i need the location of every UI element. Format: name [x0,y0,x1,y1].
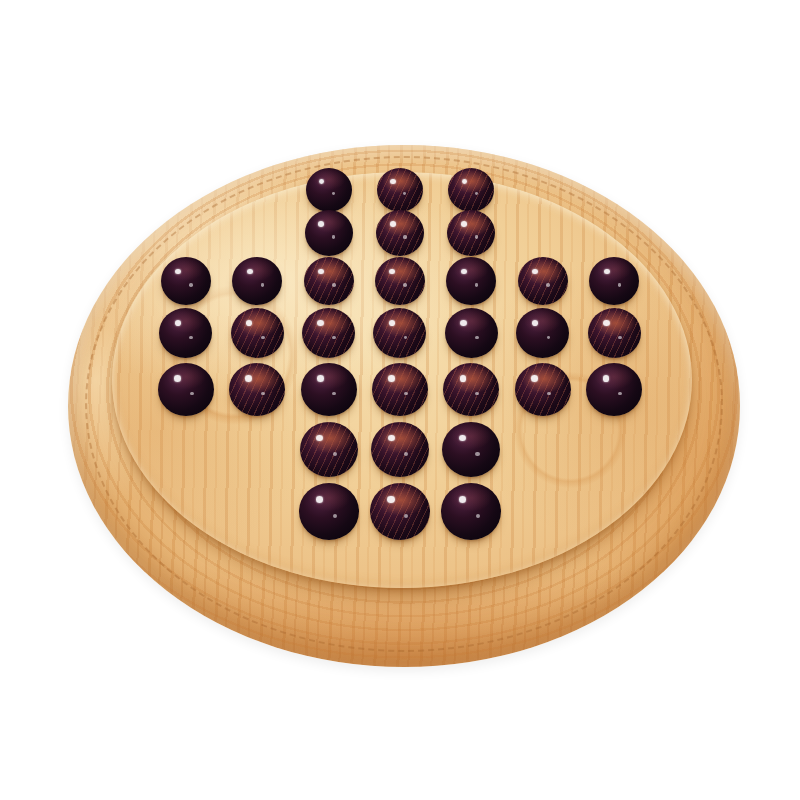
cell-r3c1[interactable]: ● [150,256,221,306]
cell-r1c2 [221,170,292,210]
marble-r5c6[interactable]: ● [515,363,571,416]
marble-r3c7[interactable]: ● [589,257,639,305]
cell-r2c4[interactable]: ● [364,210,435,256]
marble-r6c5[interactable]: ● [442,422,500,477]
marble-r7c5[interactable]: ● [441,483,501,540]
marble-r4c7[interactable]: ● [588,308,641,358]
cell-r2c3[interactable]: ● [293,210,364,256]
cell-r7c7 [579,480,650,542]
cell-r2c6 [507,210,578,256]
cell-r3c3[interactable]: ● [293,256,364,306]
cell-r7c3[interactable]: ● [293,480,364,542]
marble-r5c1[interactable]: ● [158,363,214,416]
cell-r4c3[interactable]: ● [293,306,364,360]
cell-r1c1 [150,170,221,210]
peg-grid: ●●●●●●●●●●●●●●●●●●●●●●●●●●●●●●●●● [150,170,650,542]
marble-r6c4[interactable]: ● [371,422,429,477]
cell-r6c6 [507,418,578,480]
cell-r4c2[interactable]: ● [221,306,292,360]
cell-r7c4[interactable]: ● [364,480,435,542]
cell-r4c6[interactable]: ● [507,306,578,360]
marble-r3c4[interactable]: ● [375,257,425,305]
marble-r1c5[interactable]: ● [448,168,494,212]
marble-r6c3[interactable]: ● [300,422,358,477]
cell-r3c7[interactable]: ● [579,256,650,306]
cell-r5c6[interactable]: ● [507,360,578,418]
marble-r5c2[interactable]: ● [229,363,285,416]
marble-r3c5[interactable]: ● [446,257,496,305]
cell-r7c5[interactable]: ● [436,480,507,542]
solitaire-board: ●●●●●●●●●●●●●●●●●●●●●●●●●●●●●●●●● [68,145,740,667]
cell-r1c4[interactable]: ● [364,170,435,210]
cell-r5c7[interactable]: ● [579,360,650,418]
marble-r7c4[interactable]: ● [370,483,430,540]
cell-r3c4[interactable]: ● [364,256,435,306]
cell-r2c1 [150,210,221,256]
cell-r7c2 [221,480,292,542]
marble-r4c1[interactable]: ● [159,308,212,358]
marble-r3c3[interactable]: ● [304,257,354,305]
marble-r5c5[interactable]: ● [443,363,499,416]
product-photo: ●●●●●●●●●●●●●●●●●●●●●●●●●●●●●●●●● [0,0,800,800]
cell-r2c7 [579,210,650,256]
cell-r1c3[interactable]: ● [293,170,364,210]
cell-r7c6 [507,480,578,542]
cell-r6c5[interactable]: ● [436,418,507,480]
cell-r1c6 [507,170,578,210]
marble-r3c1[interactable]: ● [161,257,211,305]
marble-r1c3[interactable]: ● [306,168,352,212]
cell-r2c5[interactable]: ● [436,210,507,256]
marble-r5c4[interactable]: ● [372,363,428,416]
cell-r6c2 [221,418,292,480]
marble-r2c5[interactable]: ● [447,210,495,256]
marble-r4c3[interactable]: ● [302,308,355,358]
cell-r3c6[interactable]: ● [507,256,578,306]
cell-r4c7[interactable]: ● [579,306,650,360]
marble-r4c4[interactable]: ● [373,308,426,358]
cell-r6c7 [579,418,650,480]
cell-r6c3[interactable]: ● [293,418,364,480]
marble-r1c4[interactable]: ● [377,168,423,212]
marble-r5c7[interactable]: ● [586,363,642,416]
cell-r2c2 [221,210,292,256]
cell-r5c5[interactable]: ● [436,360,507,418]
cell-r5c2[interactable]: ● [221,360,292,418]
cell-r5c4[interactable]: ● [364,360,435,418]
cell-r1c5[interactable]: ● [436,170,507,210]
cell-r3c5[interactable]: ● [436,256,507,306]
marble-r2c3[interactable]: ● [305,210,353,256]
cell-r1c7 [579,170,650,210]
cell-r5c3[interactable]: ● [293,360,364,418]
marble-r5c3[interactable]: ● [301,363,357,416]
marble-r2c4[interactable]: ● [376,210,424,256]
cell-r3c2[interactable]: ● [221,256,292,306]
marble-r4c6[interactable]: ● [516,308,569,358]
marble-r3c2[interactable]: ● [232,257,282,305]
cell-r7c1 [150,480,221,542]
cell-r4c4[interactable]: ● [364,306,435,360]
marble-r7c3[interactable]: ● [299,483,359,540]
cell-r4c5[interactable]: ● [436,306,507,360]
cell-r6c1 [150,418,221,480]
marble-r4c2[interactable]: ● [231,308,284,358]
marble-r4c5[interactable]: ● [445,308,498,358]
marble-r3c6[interactable]: ● [518,257,568,305]
cell-r5c1[interactable]: ● [150,360,221,418]
cell-r6c4[interactable]: ● [364,418,435,480]
cell-r4c1[interactable]: ● [150,306,221,360]
